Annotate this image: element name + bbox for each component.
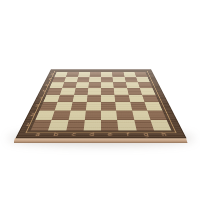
file-label-h: h	[160, 131, 167, 136]
file-label-c: c	[71, 131, 76, 136]
rank-label-7: 7	[47, 78, 51, 80]
square-d6	[88, 82, 101, 88]
square-d2	[84, 110, 100, 119]
square-e5	[101, 88, 115, 95]
square-f8	[112, 72, 124, 77]
square-d1	[83, 119, 101, 130]
square-b3	[54, 102, 71, 110]
chessboard: abcdefgh 87654321	[15, 69, 186, 138]
square-d7	[88, 77, 100, 82]
square-f5	[113, 88, 127, 95]
rank-label-5: 5	[41, 90, 46, 93]
square-b2	[51, 110, 69, 119]
square-b1	[48, 119, 68, 130]
square-d8	[89, 72, 101, 77]
file-label-b: b	[52, 131, 58, 136]
square-d3	[85, 102, 100, 110]
square-h8	[134, 72, 147, 77]
product-photo-background: abcdefgh 87654321	[0, 0, 200, 200]
square-f2	[116, 110, 133, 119]
file-label-e: e	[107, 131, 112, 136]
square-f7	[112, 77, 125, 82]
square-h7	[135, 77, 149, 82]
file-label-g: g	[142, 131, 148, 136]
square-e1	[101, 119, 119, 130]
file-label-f: f	[126, 131, 130, 136]
file-label-a: a	[34, 131, 41, 136]
file-labels: abcdefgh	[27, 130, 174, 138]
square-b5	[60, 88, 75, 95]
square-f1	[117, 119, 136, 130]
square-c4	[72, 94, 87, 101]
square-c6	[75, 82, 89, 88]
rank-label-3: 3	[34, 104, 39, 107]
square-e4	[101, 94, 115, 101]
square-b4	[57, 94, 73, 101]
square-h1	[150, 119, 171, 130]
rank-label-4: 4	[37, 96, 42, 99]
square-c5	[73, 88, 87, 95]
square-h3	[144, 102, 162, 110]
square-e8	[101, 72, 113, 77]
square-f4	[114, 94, 129, 101]
square-c7	[76, 77, 89, 82]
square-b6	[62, 82, 76, 88]
square-e2	[101, 110, 117, 119]
square-h5	[139, 88, 155, 95]
file-label-d: d	[89, 131, 94, 136]
square-d4	[86, 94, 100, 101]
square-c3	[70, 102, 86, 110]
square-c1	[65, 119, 84, 130]
board-front-edge	[14, 138, 188, 143]
rank-label-1: 1	[24, 122, 30, 126]
square-c8	[77, 72, 89, 77]
square-e7	[101, 77, 113, 82]
square-d5	[87, 88, 101, 95]
rank-label-6: 6	[44, 84, 48, 86]
square-c2	[68, 110, 85, 119]
square-e3	[101, 102, 116, 110]
square-h2	[147, 110, 167, 119]
square-h6	[137, 82, 152, 88]
square-f3	[115, 102, 131, 110]
square-h4	[141, 94, 158, 101]
square-b8	[66, 72, 79, 77]
rank-label-2: 2	[29, 113, 35, 117]
square-f6	[113, 82, 127, 88]
square-e6	[101, 82, 114, 88]
rank-label-8: 8	[49, 73, 53, 75]
square-b7	[64, 77, 77, 82]
